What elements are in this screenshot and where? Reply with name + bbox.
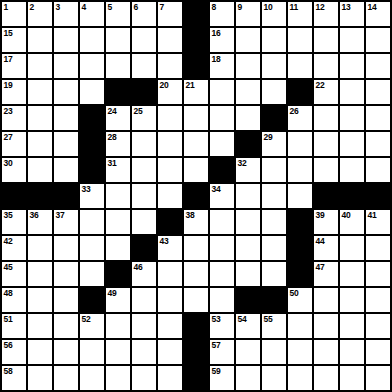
clue-number-16: 16 bbox=[212, 28, 221, 38]
cell-r11-c3[interactable] bbox=[54, 262, 78, 286]
cell-r8-c12[interactable] bbox=[288, 184, 312, 208]
block-cell-r8-c1 bbox=[2, 184, 26, 208]
clue-number-13: 13 bbox=[342, 2, 351, 12]
cell-r14-c13[interactable] bbox=[314, 340, 338, 364]
clue-number-37: 37 bbox=[56, 210, 65, 220]
cell-r15-c10[interactable] bbox=[236, 366, 260, 390]
cell-r6-c11[interactable]: 29 bbox=[262, 132, 286, 156]
cell-r11-c15[interactable] bbox=[366, 262, 390, 286]
clue-number-7: 7 bbox=[160, 2, 165, 12]
clue-number-38: 38 bbox=[186, 210, 195, 220]
clue-number-57: 57 bbox=[212, 340, 221, 350]
cell-r12-c1[interactable]: 48 bbox=[2, 288, 26, 312]
cell-r9-c4[interactable] bbox=[80, 210, 104, 234]
cell-r14-c1[interactable]: 56 bbox=[2, 340, 26, 364]
cell-r9-c14[interactable]: 40 bbox=[340, 210, 364, 234]
cell-r5-c13[interactable] bbox=[314, 106, 338, 130]
clue-number-47: 47 bbox=[316, 262, 325, 272]
cell-r1-c4[interactable]: 4 bbox=[80, 2, 104, 26]
clue-number-50: 50 bbox=[290, 288, 299, 298]
cell-r11-c9[interactable] bbox=[210, 262, 234, 286]
cell-r5-c10[interactable] bbox=[236, 106, 260, 130]
cell-r10-c5[interactable] bbox=[106, 236, 130, 260]
cell-r7-c2[interactable] bbox=[28, 158, 52, 182]
block-cell-r8-c14 bbox=[340, 184, 364, 208]
cell-r12-c9[interactable] bbox=[210, 288, 234, 312]
cell-r10-c8[interactable] bbox=[184, 236, 208, 260]
cell-r10-c4[interactable] bbox=[80, 236, 104, 260]
block-cell-r9-c12 bbox=[288, 210, 312, 234]
cell-r15-c14[interactable] bbox=[340, 366, 364, 390]
crossword-grid: 1234567891011121314151617181920212223242… bbox=[0, 0, 392, 392]
cell-r12-c3[interactable] bbox=[54, 288, 78, 312]
cell-r15-c11[interactable] bbox=[262, 366, 286, 390]
clue-number-9: 9 bbox=[238, 2, 243, 12]
clue-number-49: 49 bbox=[108, 288, 117, 298]
cell-r5-c3[interactable] bbox=[54, 106, 78, 130]
block-cell-r15-c8 bbox=[184, 366, 208, 390]
cell-r1-c6[interactable]: 6 bbox=[132, 2, 156, 26]
cell-r15-c1[interactable]: 58 bbox=[2, 366, 26, 390]
cell-r13-c2[interactable] bbox=[28, 314, 52, 338]
clue-number-14: 14 bbox=[368, 2, 377, 12]
cell-r5-c9[interactable] bbox=[210, 106, 234, 130]
cell-r4-c15[interactable] bbox=[366, 80, 390, 104]
clue-number-3: 3 bbox=[56, 2, 61, 12]
cell-r12-c7[interactable] bbox=[158, 288, 182, 312]
clue-number-11: 11 bbox=[290, 2, 299, 12]
block-cell-r1-c8 bbox=[184, 2, 208, 26]
block-cell-r10-c12 bbox=[288, 236, 312, 260]
clue-number-42: 42 bbox=[4, 236, 13, 246]
clue-number-15: 15 bbox=[4, 28, 13, 38]
cell-r11-c11[interactable] bbox=[262, 262, 286, 286]
cell-r10-c2[interactable] bbox=[28, 236, 52, 260]
clue-number-26: 26 bbox=[290, 106, 299, 116]
cell-r8-c6[interactable] bbox=[132, 184, 156, 208]
cell-r9-c2[interactable]: 36 bbox=[28, 210, 52, 234]
cell-r6-c5[interactable]: 28 bbox=[106, 132, 130, 156]
block-cell-r14-c8 bbox=[184, 340, 208, 364]
cell-r4-c11[interactable] bbox=[262, 80, 286, 104]
cell-r15-c6[interactable] bbox=[132, 366, 156, 390]
cell-r7-c13[interactable] bbox=[314, 158, 338, 182]
cell-r6-c14[interactable] bbox=[340, 132, 364, 156]
clue-number-10: 10 bbox=[264, 2, 273, 12]
clue-number-31: 31 bbox=[108, 158, 117, 168]
cell-r1-c13[interactable]: 12 bbox=[314, 2, 338, 26]
cell-r6-c8[interactable] bbox=[184, 132, 208, 156]
cell-r2-c7[interactable] bbox=[158, 28, 182, 52]
cell-r8-c10[interactable] bbox=[236, 184, 260, 208]
cell-r10-c15[interactable] bbox=[366, 236, 390, 260]
clue-number-48: 48 bbox=[4, 288, 13, 298]
cell-r15-c15[interactable] bbox=[366, 366, 390, 390]
cell-r14-c11[interactable] bbox=[262, 340, 286, 364]
cell-r2-c13[interactable] bbox=[314, 28, 338, 52]
cell-r1-c5[interactable]: 5 bbox=[106, 2, 130, 26]
cell-r9-c13[interactable]: 39 bbox=[314, 210, 338, 234]
cell-r3-c12[interactable] bbox=[288, 54, 312, 78]
clue-number-34: 34 bbox=[212, 184, 221, 194]
clue-number-21: 21 bbox=[186, 80, 195, 90]
clue-number-17: 17 bbox=[4, 54, 13, 64]
clue-number-5: 5 bbox=[108, 2, 113, 12]
cell-r5-c14[interactable] bbox=[340, 106, 364, 130]
cell-r3-c3[interactable] bbox=[54, 54, 78, 78]
block-cell-r12-c10 bbox=[236, 288, 260, 312]
cell-r7-c15[interactable] bbox=[366, 158, 390, 182]
block-cell-r8-c2 bbox=[28, 184, 52, 208]
cell-r3-c11[interactable] bbox=[262, 54, 286, 78]
cell-r8-c5[interactable] bbox=[106, 184, 130, 208]
cell-r3-c15[interactable] bbox=[366, 54, 390, 78]
cell-r10-c3[interactable] bbox=[54, 236, 78, 260]
cell-r2-c15[interactable] bbox=[366, 28, 390, 52]
cell-r14-c4[interactable] bbox=[80, 340, 104, 364]
cell-r5-c5[interactable]: 24 bbox=[106, 106, 130, 130]
cell-r13-c3[interactable] bbox=[54, 314, 78, 338]
cell-r4-c10[interactable] bbox=[236, 80, 260, 104]
cell-r7-c6[interactable] bbox=[132, 158, 156, 182]
clue-number-51: 51 bbox=[4, 314, 13, 324]
cell-r3-c2[interactable] bbox=[28, 54, 52, 78]
cell-r11-c1[interactable]: 45 bbox=[2, 262, 26, 286]
clue-number-53: 53 bbox=[212, 314, 221, 324]
cell-r7-c10[interactable]: 32 bbox=[236, 158, 260, 182]
cell-r5-c8[interactable] bbox=[184, 106, 208, 130]
clue-number-33: 33 bbox=[82, 184, 91, 194]
clue-number-43: 43 bbox=[160, 236, 169, 246]
cell-r13-c6[interactable] bbox=[132, 314, 156, 338]
cell-r7-c8[interactable] bbox=[184, 158, 208, 182]
block-cell-r10-c6 bbox=[132, 236, 156, 260]
block-cell-r3-c8 bbox=[184, 54, 208, 78]
cell-r10-c9[interactable] bbox=[210, 236, 234, 260]
cell-r1-c3[interactable]: 3 bbox=[54, 2, 78, 26]
clue-number-56: 56 bbox=[4, 340, 13, 350]
clue-number-46: 46 bbox=[134, 262, 143, 272]
cell-r7-c3[interactable] bbox=[54, 158, 78, 182]
cell-r11-c4[interactable] bbox=[80, 262, 104, 286]
cell-r2-c6[interactable] bbox=[132, 28, 156, 52]
cell-r7-c14[interactable] bbox=[340, 158, 364, 182]
cell-r4-c13[interactable]: 22 bbox=[314, 80, 338, 104]
cell-r1-c7[interactable]: 7 bbox=[158, 2, 182, 26]
cell-r3-c10[interactable] bbox=[236, 54, 260, 78]
block-cell-r6-c4 bbox=[80, 132, 104, 156]
cell-r3-c4[interactable] bbox=[80, 54, 104, 78]
cell-r11-c14[interactable] bbox=[340, 262, 364, 286]
cell-r1-c15[interactable]: 14 bbox=[366, 2, 390, 26]
cell-r3-c1[interactable]: 17 bbox=[2, 54, 26, 78]
cell-r8-c9[interactable]: 34 bbox=[210, 184, 234, 208]
cell-r9-c3[interactable]: 37 bbox=[54, 210, 78, 234]
cell-r7-c11[interactable] bbox=[262, 158, 286, 182]
cell-r7-c1[interactable]: 30 bbox=[2, 158, 26, 182]
cell-r13-c13[interactable] bbox=[314, 314, 338, 338]
cell-r7-c12[interactable] bbox=[288, 158, 312, 182]
cell-r1-c12[interactable]: 11 bbox=[288, 2, 312, 26]
cell-r6-c9[interactable] bbox=[210, 132, 234, 156]
cell-r6-c3[interactable] bbox=[54, 132, 78, 156]
cell-r15-c7[interactable] bbox=[158, 366, 182, 390]
cell-r13-c4[interactable]: 52 bbox=[80, 314, 104, 338]
cell-r3-c7[interactable] bbox=[158, 54, 182, 78]
clue-number-8: 8 bbox=[212, 2, 217, 12]
cell-r4-c14[interactable] bbox=[340, 80, 364, 104]
cell-r13-c11[interactable]: 55 bbox=[262, 314, 286, 338]
cell-r14-c10[interactable] bbox=[236, 340, 260, 364]
block-cell-r11-c12 bbox=[288, 262, 312, 286]
cell-r14-c12[interactable] bbox=[288, 340, 312, 364]
cell-r2-c5[interactable] bbox=[106, 28, 130, 52]
cell-r8-c4[interactable]: 33 bbox=[80, 184, 104, 208]
cell-r6-c15[interactable] bbox=[366, 132, 390, 156]
clue-number-19: 19 bbox=[4, 80, 13, 90]
cell-r10-c11[interactable] bbox=[262, 236, 286, 260]
cell-r9-c5[interactable] bbox=[106, 210, 130, 234]
clue-number-4: 4 bbox=[82, 2, 87, 12]
cell-r4-c7[interactable]: 20 bbox=[158, 80, 182, 104]
cell-r10-c14[interactable] bbox=[340, 236, 364, 260]
block-cell-r12-c11 bbox=[262, 288, 286, 312]
cell-r6-c12[interactable] bbox=[288, 132, 312, 156]
clue-number-55: 55 bbox=[264, 314, 273, 324]
cell-r2-c4[interactable] bbox=[80, 28, 104, 52]
cell-r11-c2[interactable] bbox=[28, 262, 52, 286]
cell-r9-c8[interactable]: 38 bbox=[184, 210, 208, 234]
cell-r5-c2[interactable] bbox=[28, 106, 52, 130]
cell-r11-c10[interactable] bbox=[236, 262, 260, 286]
cell-r2-c14[interactable] bbox=[340, 28, 364, 52]
cell-r14-c5[interactable] bbox=[106, 340, 130, 364]
clue-number-18: 18 bbox=[212, 54, 221, 64]
cell-r13-c7[interactable] bbox=[158, 314, 182, 338]
clue-number-40: 40 bbox=[342, 210, 351, 220]
cell-r11-c7[interactable] bbox=[158, 262, 182, 286]
block-cell-r8-c15 bbox=[366, 184, 390, 208]
cell-r9-c11[interactable] bbox=[262, 210, 286, 234]
clue-number-1: 1 bbox=[4, 2, 9, 12]
cell-r14-c6[interactable] bbox=[132, 340, 156, 364]
cell-r2-c11[interactable] bbox=[262, 28, 286, 52]
block-cell-r8-c8 bbox=[184, 184, 208, 208]
clue-number-20: 20 bbox=[160, 80, 169, 90]
block-cell-r8-c3 bbox=[54, 184, 78, 208]
block-cell-r4-c6 bbox=[132, 80, 156, 104]
clue-number-44: 44 bbox=[316, 236, 325, 246]
cell-r9-c9[interactable] bbox=[210, 210, 234, 234]
block-cell-r4-c5 bbox=[106, 80, 130, 104]
cell-r15-c13[interactable] bbox=[314, 366, 338, 390]
clue-number-2: 2 bbox=[30, 2, 35, 12]
cell-r14-c15[interactable] bbox=[366, 340, 390, 364]
block-cell-r7-c9 bbox=[210, 158, 234, 182]
cell-r13-c10[interactable]: 54 bbox=[236, 314, 260, 338]
cell-r13-c14[interactable] bbox=[340, 314, 364, 338]
clue-number-52: 52 bbox=[82, 314, 91, 324]
clue-number-36: 36 bbox=[30, 210, 39, 220]
clue-number-25: 25 bbox=[134, 106, 143, 116]
cell-r6-c2[interactable] bbox=[28, 132, 52, 156]
cell-r9-c6[interactable] bbox=[132, 210, 156, 234]
cell-r1-c9[interactable]: 8 bbox=[210, 2, 234, 26]
cell-r4-c3[interactable] bbox=[54, 80, 78, 104]
cell-r2-c9[interactable]: 16 bbox=[210, 28, 234, 52]
block-cell-r5-c4 bbox=[80, 106, 104, 130]
cell-r11-c13[interactable]: 47 bbox=[314, 262, 338, 286]
cell-r12-c13[interactable] bbox=[314, 288, 338, 312]
cell-r10-c1[interactable]: 42 bbox=[2, 236, 26, 260]
block-cell-r7-c4 bbox=[80, 158, 104, 182]
clue-number-28: 28 bbox=[108, 132, 117, 142]
cell-r8-c11[interactable] bbox=[262, 184, 286, 208]
cell-r5-c12[interactable]: 26 bbox=[288, 106, 312, 130]
cell-r5-c7[interactable] bbox=[158, 106, 182, 130]
clue-number-27: 27 bbox=[4, 132, 13, 142]
cell-r7-c5[interactable]: 31 bbox=[106, 158, 130, 182]
cell-r3-c5[interactable] bbox=[106, 54, 130, 78]
cell-r14-c3[interactable] bbox=[54, 340, 78, 364]
cell-r12-c8[interactable] bbox=[184, 288, 208, 312]
cell-r6-c1[interactable]: 27 bbox=[2, 132, 26, 156]
cell-r2-c1[interactable]: 15 bbox=[2, 28, 26, 52]
cell-r12-c6[interactable] bbox=[132, 288, 156, 312]
cell-r5-c6[interactable]: 25 bbox=[132, 106, 156, 130]
cell-r12-c2[interactable] bbox=[28, 288, 52, 312]
cell-r6-c13[interactable] bbox=[314, 132, 338, 156]
clue-number-59: 59 bbox=[212, 366, 221, 376]
clue-number-23: 23 bbox=[4, 106, 13, 116]
clue-number-30: 30 bbox=[4, 158, 13, 168]
cell-r10-c7[interactable]: 43 bbox=[158, 236, 182, 260]
cell-r12-c12[interactable]: 50 bbox=[288, 288, 312, 312]
cell-r14-c9[interactable]: 57 bbox=[210, 340, 234, 364]
clue-number-12: 12 bbox=[316, 2, 325, 12]
cell-r6-c6[interactable] bbox=[132, 132, 156, 156]
clue-number-29: 29 bbox=[264, 132, 273, 142]
block-cell-r6-c10 bbox=[236, 132, 260, 156]
block-cell-r4-c12 bbox=[288, 80, 312, 104]
block-cell-r8-c13 bbox=[314, 184, 338, 208]
clue-number-54: 54 bbox=[238, 314, 247, 324]
clue-number-39: 39 bbox=[316, 210, 325, 220]
cell-r4-c4[interactable] bbox=[80, 80, 104, 104]
cell-r15-c3[interactable] bbox=[54, 366, 78, 390]
cell-r13-c1[interactable]: 51 bbox=[2, 314, 26, 338]
cell-r15-c12[interactable] bbox=[288, 366, 312, 390]
cell-r2-c2[interactable] bbox=[28, 28, 52, 52]
cell-r11-c6[interactable]: 46 bbox=[132, 262, 156, 286]
cell-r14-c14[interactable] bbox=[340, 340, 364, 364]
cell-r15-c2[interactable] bbox=[28, 366, 52, 390]
cell-r2-c12[interactable] bbox=[288, 28, 312, 52]
block-cell-r12-c4 bbox=[80, 288, 104, 312]
cell-r11-c8[interactable] bbox=[184, 262, 208, 286]
block-cell-r11-c5 bbox=[106, 262, 130, 286]
cell-r1-c10[interactable]: 9 bbox=[236, 2, 260, 26]
cell-r4-c8[interactable]: 21 bbox=[184, 80, 208, 104]
clue-number-32: 32 bbox=[238, 158, 247, 168]
cell-r13-c12[interactable] bbox=[288, 314, 312, 338]
cell-r10-c10[interactable] bbox=[236, 236, 260, 260]
cell-r3-c9[interactable]: 18 bbox=[210, 54, 234, 78]
cell-r9-c10[interactable] bbox=[236, 210, 260, 234]
cell-r4-c9[interactable] bbox=[210, 80, 234, 104]
cell-r1-c14[interactable]: 13 bbox=[340, 2, 364, 26]
clue-number-35: 35 bbox=[4, 210, 13, 220]
cell-r6-c7[interactable] bbox=[158, 132, 182, 156]
block-cell-r13-c8 bbox=[184, 314, 208, 338]
cell-r13-c5[interactable] bbox=[106, 314, 130, 338]
clue-number-41: 41 bbox=[368, 210, 377, 220]
cell-r4-c2[interactable] bbox=[28, 80, 52, 104]
cell-r1-c2[interactable]: 2 bbox=[28, 2, 52, 26]
cell-r13-c9[interactable]: 53 bbox=[210, 314, 234, 338]
cell-r9-c1[interactable]: 35 bbox=[2, 210, 26, 234]
cell-r13-c15[interactable] bbox=[366, 314, 390, 338]
cell-r15-c9[interactable]: 59 bbox=[210, 366, 234, 390]
cell-r12-c14[interactable] bbox=[340, 288, 364, 312]
cell-r2-c3[interactable] bbox=[54, 28, 78, 52]
cell-r3-c6[interactable] bbox=[132, 54, 156, 78]
cell-r12-c5[interactable]: 49 bbox=[106, 288, 130, 312]
cell-r5-c15[interactable] bbox=[366, 106, 390, 130]
cell-r1-c11[interactable]: 10 bbox=[262, 2, 286, 26]
cell-r7-c7[interactable] bbox=[158, 158, 182, 182]
clue-number-58: 58 bbox=[4, 366, 13, 376]
cell-r3-c13[interactable] bbox=[314, 54, 338, 78]
cell-r9-c15[interactable]: 41 bbox=[366, 210, 390, 234]
cell-r15-c4[interactable] bbox=[80, 366, 104, 390]
cell-r14-c2[interactable] bbox=[28, 340, 52, 364]
cell-r5-c1[interactable]: 23 bbox=[2, 106, 26, 130]
cell-r8-c7[interactable] bbox=[158, 184, 182, 208]
cell-r12-c15[interactable] bbox=[366, 288, 390, 312]
cell-r2-c10[interactable] bbox=[236, 28, 260, 52]
block-cell-r5-c11 bbox=[262, 106, 286, 130]
block-cell-r9-c7 bbox=[158, 210, 182, 234]
cell-r3-c14[interactable] bbox=[340, 54, 364, 78]
cell-r14-c7[interactable] bbox=[158, 340, 182, 364]
clue-number-6: 6 bbox=[134, 2, 139, 12]
block-cell-r2-c8 bbox=[184, 28, 208, 52]
clue-number-22: 22 bbox=[316, 80, 325, 90]
cell-r10-c13[interactable]: 44 bbox=[314, 236, 338, 260]
cell-r4-c1[interactable]: 19 bbox=[2, 80, 26, 104]
clue-number-24: 24 bbox=[108, 106, 117, 116]
cell-r15-c5[interactable] bbox=[106, 366, 130, 390]
clue-number-45: 45 bbox=[4, 262, 13, 272]
cell-r1-c1[interactable]: 1 bbox=[2, 2, 26, 26]
